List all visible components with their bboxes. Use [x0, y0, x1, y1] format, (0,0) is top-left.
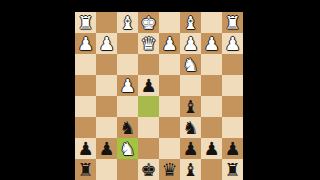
square-b5[interactable]: [201, 96, 222, 117]
black-rook[interactable]: ♜: [224, 159, 240, 180]
square-d5[interactable]: [159, 96, 180, 117]
square-g5[interactable]: [96, 96, 117, 117]
black-bishop[interactable]: ♝: [182, 96, 198, 117]
square-g1[interactable]: [96, 12, 117, 33]
square-h3[interactable]: [75, 54, 96, 75]
black-knight[interactable]: ♞: [182, 117, 198, 138]
square-c5[interactable]: ♝: [180, 96, 201, 117]
square-b8[interactable]: [201, 159, 222, 180]
square-d4[interactable]: [159, 75, 180, 96]
white-bishop[interactable]: ♝: [182, 12, 198, 33]
white-rook[interactable]: ♜: [224, 12, 240, 33]
white-pawn[interactable]: ♟: [224, 33, 240, 54]
square-d2[interactable]: ♟: [159, 33, 180, 54]
square-b1[interactable]: [201, 12, 222, 33]
square-a5[interactable]: [222, 96, 243, 117]
square-a8[interactable]: ♜: [222, 159, 243, 180]
square-h7[interactable]: ♟: [75, 138, 96, 159]
square-h6[interactable]: [75, 117, 96, 138]
square-h4[interactable]: [75, 75, 96, 96]
square-f7[interactable]: ♞: [117, 138, 138, 159]
black-king[interactable]: ♚: [140, 159, 156, 180]
square-f6[interactable]: ♞: [117, 117, 138, 138]
square-c4[interactable]: [180, 75, 201, 96]
black-rook[interactable]: ♜: [77, 159, 93, 180]
square-h5[interactable]: [75, 96, 96, 117]
square-e3[interactable]: [138, 54, 159, 75]
square-e1[interactable]: ♚: [138, 12, 159, 33]
square-b2[interactable]: ♟: [201, 33, 222, 54]
square-d3[interactable]: [159, 54, 180, 75]
square-b4[interactable]: [201, 75, 222, 96]
square-f4[interactable]: ♟: [117, 75, 138, 96]
white-knight[interactable]: ♞: [119, 138, 135, 159]
square-h2[interactable]: ♟: [75, 33, 96, 54]
square-f2[interactable]: [117, 33, 138, 54]
square-b6[interactable]: [201, 117, 222, 138]
square-h1[interactable]: ♜: [75, 12, 96, 33]
square-c3[interactable]: ♞: [180, 54, 201, 75]
square-g6[interactable]: [96, 117, 117, 138]
square-d7[interactable]: [159, 138, 180, 159]
square-e2[interactable]: ♛: [138, 33, 159, 54]
square-c7[interactable]: ♟: [180, 138, 201, 159]
black-pawn[interactable]: ♟: [182, 138, 198, 159]
black-pawn[interactable]: ♟: [77, 138, 93, 159]
square-e7[interactable]: [138, 138, 159, 159]
square-c1[interactable]: ♝: [180, 12, 201, 33]
white-queen[interactable]: ♛: [140, 33, 156, 54]
white-pawn[interactable]: ♟: [77, 33, 93, 54]
black-queen[interactable]: ♛: [161, 159, 177, 180]
black-pawn[interactable]: ♟: [224, 138, 240, 159]
square-a2[interactable]: ♟: [222, 33, 243, 54]
square-g3[interactable]: [96, 54, 117, 75]
black-pawn[interactable]: ♟: [98, 138, 114, 159]
white-pawn[interactable]: ♟: [161, 33, 177, 54]
square-g7[interactable]: ♟: [96, 138, 117, 159]
square-c8[interactable]: ♝: [180, 159, 201, 180]
square-a1[interactable]: ♜: [222, 12, 243, 33]
square-d1[interactable]: [159, 12, 180, 33]
white-pawn[interactable]: ♟: [98, 33, 114, 54]
chess-board: ♜♝♚♝♜♟♟♛♟♟♟♟♞♟♟♝♞♞♟♟♞♟♟♟♜♚♛♝♜: [75, 12, 243, 180]
square-g8[interactable]: [96, 159, 117, 180]
square-b7[interactable]: ♟: [201, 138, 222, 159]
square-e8[interactable]: ♚: [138, 159, 159, 180]
square-d8[interactable]: ♛: [159, 159, 180, 180]
square-e5[interactable]: [138, 96, 159, 117]
white-knight[interactable]: ♞: [182, 54, 198, 75]
square-a6[interactable]: [222, 117, 243, 138]
square-h8[interactable]: ♜: [75, 159, 96, 180]
square-c6[interactable]: ♞: [180, 117, 201, 138]
square-g2[interactable]: ♟: [96, 33, 117, 54]
square-f3[interactable]: [117, 54, 138, 75]
black-pawn[interactable]: ♟: [203, 138, 219, 159]
white-pawn[interactable]: ♟: [182, 33, 198, 54]
square-d6[interactable]: [159, 117, 180, 138]
square-g4[interactable]: [96, 75, 117, 96]
white-rook[interactable]: ♜: [77, 12, 93, 33]
square-c2[interactable]: ♟: [180, 33, 201, 54]
square-f8[interactable]: [117, 159, 138, 180]
square-b3[interactable]: [201, 54, 222, 75]
app-background: ♜♝♚♝♜♟♟♛♟♟♟♟♞♟♟♝♞♞♟♟♞♟♟♟♜♚♛♝♜: [0, 0, 320, 180]
square-e4[interactable]: ♟: [138, 75, 159, 96]
white-pawn[interactable]: ♟: [119, 75, 135, 96]
white-king[interactable]: ♚: [140, 12, 156, 33]
white-pawn[interactable]: ♟: [203, 33, 219, 54]
white-bishop[interactable]: ♝: [119, 12, 135, 33]
square-f5[interactable]: [117, 96, 138, 117]
square-a7[interactable]: ♟: [222, 138, 243, 159]
square-a3[interactable]: [222, 54, 243, 75]
square-e6[interactable]: [138, 117, 159, 138]
black-bishop[interactable]: ♝: [182, 159, 198, 180]
black-pawn[interactable]: ♟: [140, 75, 156, 96]
square-a4[interactable]: [222, 75, 243, 96]
square-f1[interactable]: ♝: [117, 12, 138, 33]
black-knight[interactable]: ♞: [119, 117, 135, 138]
